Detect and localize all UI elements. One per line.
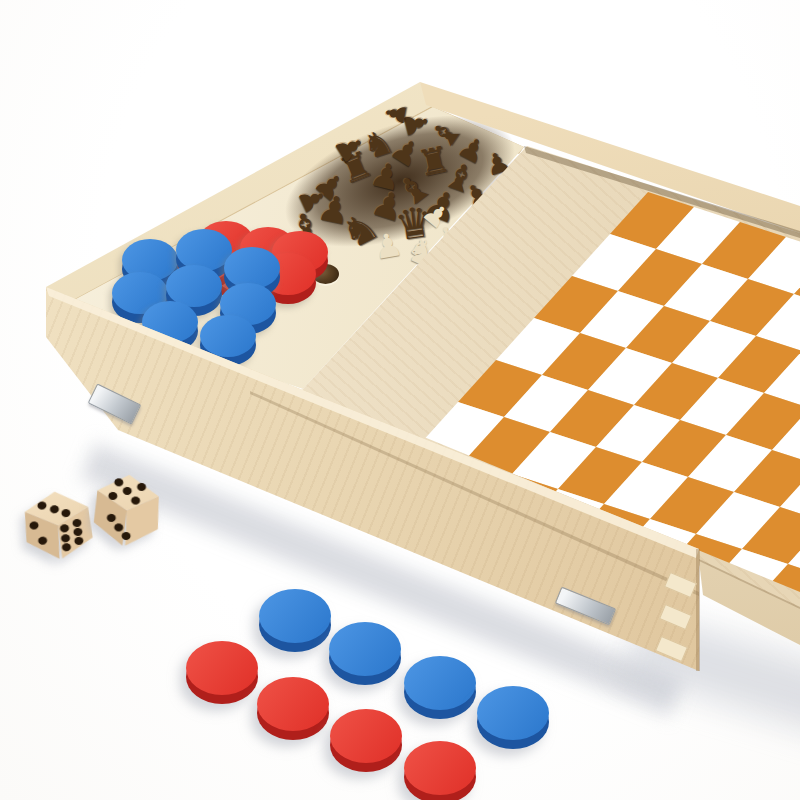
blue-disc [329, 622, 401, 685]
red-disc [257, 677, 329, 740]
disc-top [330, 709, 402, 763]
red-disc [330, 709, 402, 772]
table-discs [0, 0, 800, 800]
red-disc [186, 641, 258, 704]
disc-top [257, 677, 329, 731]
disc-top [259, 589, 331, 643]
blue-disc [477, 686, 549, 749]
disc-top [186, 641, 258, 695]
blue-disc [259, 589, 331, 652]
blue-disc [404, 656, 476, 719]
disc-top [404, 741, 476, 795]
red-disc [404, 741, 476, 800]
disc-top [329, 622, 401, 676]
disc-top [477, 686, 549, 740]
game-box-product-photo: ♝♟♞♟♛♟♜♟♝♟♟♞♟♜♝♟♟♝♟♟♟♟♟♞♟♟ [0, 0, 800, 800]
disc-top [404, 656, 476, 710]
